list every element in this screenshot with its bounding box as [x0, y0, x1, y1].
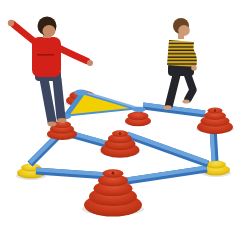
cap-hole: [112, 172, 115, 175]
plank-front-dome-to-disc-right: [120, 168, 207, 183]
cap-hole: [119, 132, 121, 134]
dome-triangle-right: [125, 112, 151, 126]
child-left-shirt-print: [37, 54, 54, 56]
child-left-torso: [32, 37, 61, 77]
balance-course-scene: [0, 0, 240, 240]
child-left-leg: [44, 79, 52, 122]
child-left-foot: [58, 118, 67, 123]
cap-hole: [214, 109, 216, 111]
child-right-hand: [191, 65, 197, 71]
child-right-rear-foot: [182, 100, 189, 104]
child-left-foot: [48, 122, 57, 127]
child-left-extended-arm: [57, 47, 87, 61]
corner-connector: [74, 90, 88, 96]
plank-disc-left-to-front-dome: [36, 170, 108, 177]
child-right-front-foot: [163, 105, 171, 109]
plank-right-dome-to-triangle: [143, 105, 205, 115]
child-left-face: [43, 25, 56, 37]
child-right-rear-leg: [187, 73, 193, 99]
dome-tier: [128, 112, 149, 120]
child-right: [163, 18, 197, 110]
disc-cap: [206, 161, 226, 169]
child-left-hand: [87, 60, 93, 66]
product-photo-canvas: [0, 0, 240, 240]
child-left-leg: [57, 79, 61, 118]
child-right-face: [178, 25, 190, 36]
corner-connector: [133, 107, 146, 113]
child-left-raised-hand: [8, 20, 14, 26]
child-right-front-leg: [169, 73, 177, 105]
